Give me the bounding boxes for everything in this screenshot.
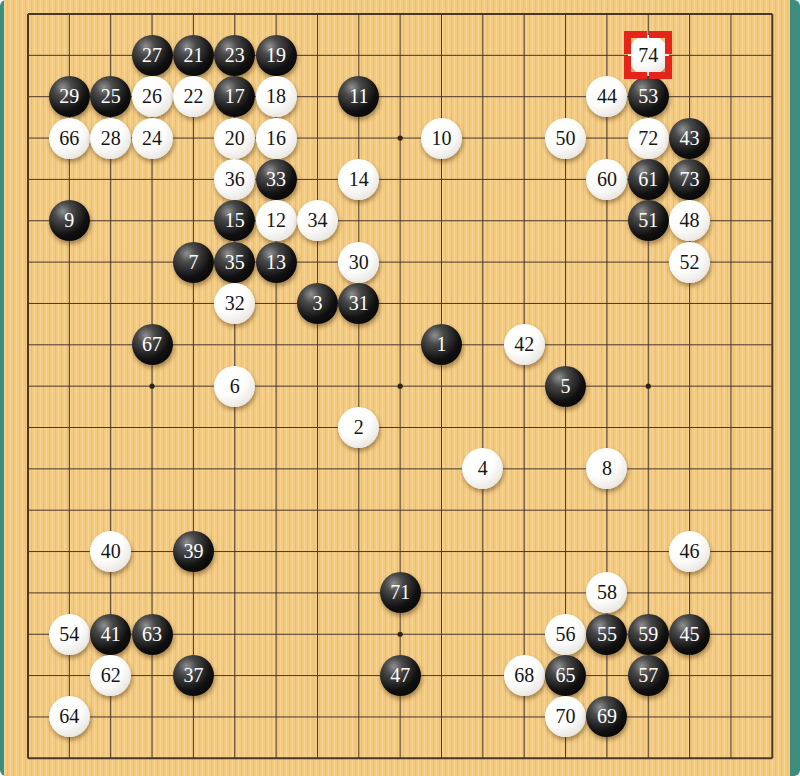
move-number: 33: [266, 168, 286, 190]
stone-white-16: 16: [256, 118, 297, 159]
move-number: 17: [225, 85, 245, 107]
move-number: 65: [556, 664, 576, 686]
stone-black-33: 33: [256, 159, 297, 200]
stone-black-59: 59: [628, 614, 669, 655]
move-number: 64: [59, 705, 79, 727]
stone-black-9: 9: [49, 200, 90, 241]
star-point: [398, 632, 403, 637]
move-number: 15: [225, 209, 245, 231]
move-number: 40: [101, 540, 121, 562]
move-number: 68: [514, 664, 534, 686]
move-number: 45: [680, 623, 700, 645]
move-number: 74: [638, 44, 658, 66]
stone-black-19: 19: [256, 35, 297, 76]
move-number: 43: [680, 127, 700, 149]
stone-white-30: 30: [338, 242, 379, 283]
move-number: 20: [225, 127, 245, 149]
stone-white-32: 32: [214, 283, 255, 324]
stone-white-42: 42: [504, 324, 545, 365]
move-number: 60: [597, 168, 617, 190]
move-number: 6: [230, 375, 240, 397]
move-number: 55: [597, 623, 617, 645]
stone-black-5: 5: [545, 366, 586, 407]
move-number: 48: [680, 209, 700, 231]
stone-white-26: 26: [132, 76, 173, 117]
stone-black-73: 73: [669, 159, 710, 200]
stone-white-14: 14: [338, 159, 379, 200]
move-number: 2: [354, 416, 364, 438]
stone-white-72: 72: [628, 118, 669, 159]
stone-black-27: 27: [132, 35, 173, 76]
move-number: 42: [514, 333, 534, 355]
move-number: 14: [349, 168, 369, 190]
stone-black-3: 3: [297, 283, 338, 324]
stone-black-29: 29: [49, 76, 90, 117]
move-number: 71: [390, 581, 410, 603]
move-number: 63: [142, 623, 162, 645]
move-number: 51: [638, 209, 658, 231]
stone-black-47: 47: [380, 655, 421, 696]
move-number: 44: [597, 85, 617, 107]
stone-white-40: 40: [90, 531, 131, 572]
go-board-screenshot: 2721231974292526221718114453662824201610…: [0, 0, 800, 776]
move-number: 36: [225, 168, 245, 190]
move-number: 22: [183, 85, 203, 107]
stone-white-56: 56: [545, 614, 586, 655]
stone-black-63: 63: [132, 614, 173, 655]
move-number: 37: [183, 664, 203, 686]
stone-white-52: 52: [669, 242, 710, 283]
move-number: 1: [437, 333, 447, 355]
move-number: 23: [225, 44, 245, 66]
move-number: 52: [680, 251, 700, 273]
stone-black-67: 67: [132, 324, 173, 365]
stone-white-34: 34: [297, 200, 338, 241]
stone-black-7: 7: [173, 242, 214, 283]
move-number: 58: [597, 581, 617, 603]
star-point: [398, 384, 403, 389]
stone-white-46: 46: [669, 531, 710, 572]
stone-black-51: 51: [628, 200, 669, 241]
move-number: 59: [638, 623, 658, 645]
move-number: 3: [312, 292, 322, 314]
move-number: 27: [142, 44, 162, 66]
stone-black-43: 43: [669, 118, 710, 159]
move-number: 24: [142, 127, 162, 149]
move-number: 69: [597, 705, 617, 727]
stone-white-28: 28: [90, 118, 131, 159]
stone-white-62: 62: [90, 655, 131, 696]
stone-black-39: 39: [173, 531, 214, 572]
move-number: 5: [561, 375, 571, 397]
move-number: 26: [142, 85, 162, 107]
stone-black-37: 37: [173, 655, 214, 696]
stone-white-6: 6: [214, 366, 255, 407]
stone-white-66: 66: [49, 118, 90, 159]
move-number: 56: [556, 623, 576, 645]
move-number: 10: [432, 127, 452, 149]
stone-white-10: 10: [421, 118, 462, 159]
move-number: 9: [64, 209, 74, 231]
move-number: 18: [266, 85, 286, 107]
move-number: 46: [680, 540, 700, 562]
move-number: 62: [101, 664, 121, 686]
move-number: 50: [556, 127, 576, 149]
move-number: 34: [307, 209, 327, 231]
stone-white-12: 12: [256, 200, 297, 241]
move-number: 28: [101, 127, 121, 149]
move-number: 53: [638, 85, 658, 107]
move-number: 8: [602, 457, 612, 479]
move-number: 4: [478, 457, 488, 479]
stone-black-57: 57: [628, 655, 669, 696]
stone-white-2: 2: [338, 407, 379, 448]
move-number: 31: [349, 292, 369, 314]
move-number: 16: [266, 127, 286, 149]
move-number: 11: [349, 85, 368, 107]
move-number: 13: [266, 251, 286, 273]
move-number: 30: [349, 251, 369, 273]
move-number: 66: [59, 127, 79, 149]
star-point: [646, 384, 651, 389]
move-number: 39: [183, 540, 203, 562]
move-number: 54: [59, 623, 79, 645]
stone-black-1: 1: [421, 324, 462, 365]
move-number: 61: [638, 168, 658, 190]
move-number: 12: [266, 209, 286, 231]
stone-white-18: 18: [256, 76, 297, 117]
star-point: [149, 384, 154, 389]
stone-white-54: 54: [49, 614, 90, 655]
star-point: [398, 135, 403, 140]
stone-black-55: 55: [586, 614, 627, 655]
move-number: 73: [680, 168, 700, 190]
stone-black-71: 71: [380, 572, 421, 613]
move-number: 67: [142, 333, 162, 355]
stone-black-61: 61: [628, 159, 669, 200]
stone-white-64: 64: [49, 696, 90, 737]
move-number: 32: [225, 292, 245, 314]
stone-black-41: 41: [90, 614, 131, 655]
stone-white-68: 68: [504, 655, 545, 696]
stone-white-20: 20: [214, 118, 255, 159]
stone-black-53: 53: [628, 76, 669, 117]
move-number: 21: [183, 44, 203, 66]
move-number: 35: [225, 251, 245, 273]
stone-white-74: 74: [628, 35, 669, 76]
stone-black-31: 31: [338, 283, 379, 324]
stone-white-50: 50: [545, 118, 586, 159]
move-number: 57: [638, 664, 658, 686]
stone-white-36: 36: [214, 159, 255, 200]
move-number: 7: [188, 251, 198, 273]
move-number: 41: [101, 623, 121, 645]
move-number: 47: [390, 664, 410, 686]
move-number: 19: [266, 44, 286, 66]
stone-black-21: 21: [173, 35, 214, 76]
stone-black-23: 23: [214, 35, 255, 76]
stone-black-13: 13: [256, 242, 297, 283]
stone-black-35: 35: [214, 242, 255, 283]
move-number: 25: [101, 85, 121, 107]
move-number: 72: [638, 127, 658, 149]
stone-white-22: 22: [173, 76, 214, 117]
move-number: 29: [59, 85, 79, 107]
stone-black-65: 65: [545, 655, 586, 696]
stone-black-45: 45: [669, 614, 710, 655]
move-number: 70: [556, 705, 576, 727]
stone-white-24: 24: [132, 118, 173, 159]
stone-white-60: 60: [586, 159, 627, 200]
